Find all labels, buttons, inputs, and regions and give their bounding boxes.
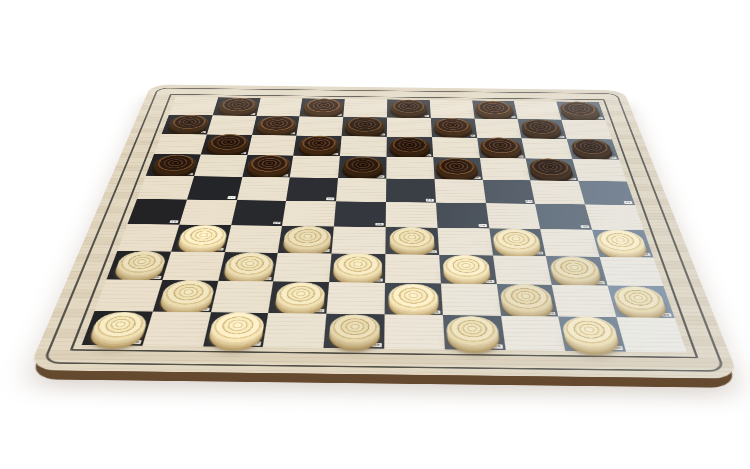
light-square	[282, 201, 336, 227]
light-square	[522, 138, 573, 159]
square-number-label: 10	[557, 136, 565, 138]
dark-piece[interactable]	[528, 158, 574, 178]
light-piece[interactable]	[549, 256, 602, 282]
light-piece[interactable]	[223, 252, 275, 277]
dark-piece[interactable]	[151, 154, 198, 173]
dark-square-35[interactable]: 35	[592, 230, 653, 258]
dark-square-15[interactable]: 15	[567, 139, 619, 160]
dark-square-6[interactable]: 6	[162, 115, 213, 135]
light-square	[237, 177, 290, 201]
dark-piece[interactable]	[256, 116, 297, 133]
light-square	[387, 117, 432, 137]
dark-square-43[interactable]: 43	[385, 283, 443, 315]
light-square	[336, 178, 386, 202]
dark-square-19[interactable]: 19	[433, 157, 482, 179]
square-number-label: 24	[525, 200, 533, 203]
light-square	[501, 316, 566, 351]
square-number-label: 41	[200, 307, 210, 310]
square-number-label: 21	[227, 196, 235, 199]
square-number-label: 22	[327, 198, 335, 201]
square-number-label: 23	[426, 199, 434, 202]
dark-square-10[interactable]: 10	[518, 119, 567, 139]
light-piece[interactable]	[561, 316, 620, 347]
dark-square-3[interactable]: 3	[387, 99, 431, 117]
light-square	[162, 251, 224, 281]
square-number-label: 8	[381, 133, 385, 135]
dark-square-48[interactable]: 48	[324, 314, 385, 349]
light-piece[interactable]	[390, 227, 435, 250]
light-piece[interactable]	[158, 280, 215, 308]
dark-square-16[interactable]: 16	[146, 154, 201, 176]
square-number-label: 15	[609, 156, 617, 158]
photo-stage: 1234567891011121314151617181920212223242…	[0, 0, 750, 469]
dark-square-45[interactable]: 45	[608, 286, 675, 318]
light-square	[340, 136, 387, 157]
dark-piece[interactable]	[246, 155, 291, 175]
square-number-label: 37	[263, 277, 272, 280]
dark-piece[interactable]	[303, 98, 343, 114]
light-square	[585, 204, 644, 230]
light-square	[225, 225, 283, 253]
light-square	[437, 228, 492, 256]
light-square	[514, 101, 561, 120]
light-square	[385, 254, 441, 284]
dark-piece[interactable]	[205, 134, 250, 152]
square-number-label: 44	[546, 311, 556, 315]
square-number-label: 19	[473, 176, 481, 178]
square-number-label: 6	[201, 131, 206, 133]
dark-piece[interactable]	[391, 100, 427, 115]
light-square	[154, 134, 207, 155]
dark-square-44[interactable]: 44	[496, 284, 558, 316]
dark-square-37[interactable]: 37	[218, 252, 278, 282]
dark-piece[interactable]	[520, 119, 562, 136]
dark-square-9[interactable]: 9	[431, 118, 477, 138]
dark-square-46[interactable]: 46	[82, 311, 153, 346]
dark-square-29[interactable]: 29	[436, 203, 489, 229]
square-number-label: 50	[613, 346, 623, 350]
dark-square-22[interactable]: 22	[286, 178, 338, 202]
dark-square-7[interactable]: 7	[252, 116, 300, 136]
dark-square-20[interactable]: 20	[526, 159, 579, 181]
dark-piece[interactable]	[345, 117, 385, 134]
dark-square-24[interactable]: 24	[482, 180, 535, 204]
light-square	[617, 317, 687, 352]
dark-piece[interactable]	[474, 101, 513, 117]
square-number-label: 3	[424, 115, 428, 117]
square-number-label: 18	[377, 175, 385, 177]
light-square	[327, 282, 385, 314]
light-square	[117, 224, 179, 251]
light-square	[386, 202, 438, 228]
light-piece[interactable]	[389, 283, 439, 311]
light-piece[interactable]	[114, 251, 168, 276]
light-square	[541, 229, 600, 257]
dark-square-41[interactable]: 41	[153, 280, 218, 312]
dark-square-36[interactable]: 36	[106, 251, 171, 281]
dark-piece[interactable]	[570, 139, 614, 157]
light-piece[interactable]	[446, 316, 500, 346]
square-number-label: 47	[252, 342, 262, 346]
square-number-label: 13	[424, 154, 431, 156]
light-square	[343, 99, 387, 117]
dark-square-5[interactable]: 5	[556, 102, 605, 121]
light-square	[256, 98, 302, 116]
light-square	[486, 203, 541, 229]
square-number-label: 28	[376, 223, 384, 226]
square-number-label: 31	[214, 248, 223, 251]
light-piece[interactable]	[208, 312, 266, 342]
light-piece[interactable]	[499, 284, 554, 312]
dark-square-21[interactable]: 21	[187, 176, 242, 200]
dark-square-28[interactable]: 28	[334, 201, 386, 227]
board-grid: 1234567891011121314151617181920212223242…	[82, 97, 687, 353]
square-number-label: 32	[321, 249, 330, 252]
square-number-label: 49	[493, 345, 503, 349]
light-square	[493, 255, 553, 285]
square-number-label: 2	[337, 114, 341, 116]
dark-square-1[interactable]: 1	[213, 97, 261, 115]
square-number-label: 36	[152, 276, 162, 279]
dark-square-12[interactable]: 12	[294, 135, 342, 156]
square-number-label: 30	[581, 225, 590, 228]
light-square	[384, 314, 445, 349]
dark-piece[interactable]	[342, 156, 383, 175]
dark-square-26[interactable]: 26	[128, 199, 187, 225]
square-number-label: 46	[131, 340, 142, 344]
light-square	[207, 115, 256, 135]
square-number-label: 35	[641, 253, 650, 256]
dark-square-13[interactable]: 13	[387, 137, 434, 158]
light-square	[194, 155, 247, 177]
light-square	[531, 180, 586, 204]
draughts-board: 1234567891011121314151617181920212223242…	[28, 85, 740, 379]
square-number-label: 43	[431, 310, 440, 313]
dark-square-11[interactable]: 11	[201, 134, 252, 155]
light-square	[95, 280, 163, 312]
light-square	[137, 176, 194, 200]
light-square	[434, 179, 485, 203]
square-number-label: 17	[281, 174, 289, 176]
square-number-label: 26	[169, 220, 178, 223]
light-square	[600, 257, 664, 287]
square-number-label: 7	[291, 132, 296, 134]
light-piece[interactable]	[329, 314, 380, 343]
dark-square-40[interactable]: 40	[546, 256, 608, 286]
dark-square-8[interactable]: 8	[342, 117, 387, 137]
light-square	[263, 313, 326, 348]
light-piece[interactable]	[594, 229, 648, 253]
light-square	[441, 284, 501, 316]
dark-piece[interactable]	[558, 101, 601, 117]
square-number-label: 33	[428, 250, 437, 253]
dark-square-32[interactable]: 32	[278, 226, 334, 254]
dark-square-38[interactable]: 38	[329, 253, 385, 283]
dark-piece[interactable]	[217, 98, 258, 114]
dark-square-50[interactable]: 50	[559, 317, 627, 352]
square-number-label: 27	[272, 222, 281, 225]
light-square	[142, 312, 210, 347]
perspective-scene: 1234567891011121314151617181920212223242…	[0, 0, 750, 469]
light-square	[552, 285, 617, 317]
light-square	[297, 116, 344, 136]
light-piece[interactable]	[443, 255, 491, 280]
dark-piece[interactable]	[436, 158, 478, 177]
light-square	[474, 118, 522, 138]
square-number-label: 5	[598, 117, 603, 119]
light-square	[169, 97, 218, 115]
board-surface: 1234567891011121314151617181920212223242…	[28, 85, 740, 379]
square-number-label: 42	[315, 309, 324, 312]
light-piece[interactable]	[333, 253, 382, 279]
light-piece[interactable]	[492, 229, 541, 253]
square-number-label: 20	[568, 177, 576, 179]
square-number-label: 38	[374, 278, 383, 281]
square-number-label: 25	[624, 201, 633, 204]
light-square	[290, 156, 340, 178]
dark-square-34[interactable]: 34	[489, 228, 546, 256]
dark-square-18[interactable]: 18	[338, 156, 386, 178]
dark-square-14[interactable]: 14	[477, 138, 526, 159]
light-piece[interactable]	[89, 311, 150, 341]
light-square	[386, 157, 434, 179]
square-number-label: 34	[535, 252, 544, 255]
dark-piece[interactable]	[298, 136, 338, 153]
dark-piece[interactable]	[434, 118, 473, 134]
square-number-label: 16	[185, 173, 193, 175]
dark-square-47[interactable]: 47	[203, 312, 269, 347]
dark-square-2[interactable]: 2	[300, 98, 345, 116]
square-number-label: 45	[662, 313, 672, 317]
square-number-label: 12	[331, 153, 338, 155]
light-piece[interactable]	[611, 286, 667, 313]
dark-square-49[interactable]: 49	[443, 315, 506, 350]
dark-piece[interactable]	[390, 137, 430, 155]
dark-piece[interactable]	[167, 115, 210, 131]
light-piece[interactable]	[177, 225, 228, 249]
light-square	[480, 158, 531, 180]
dark-square-31[interactable]: 31	[171, 225, 231, 252]
dark-square-25[interactable]: 25	[579, 181, 635, 205]
dark-square-42[interactable]: 42	[269, 282, 330, 314]
dark-square-33[interactable]: 33	[385, 227, 439, 255]
dark-square-23[interactable]: 23	[386, 179, 436, 203]
dark-square-30[interactable]: 30	[535, 204, 592, 230]
light-square	[247, 135, 297, 156]
light-square	[332, 226, 386, 254]
square-number-label: 9	[470, 135, 475, 137]
light-piece[interactable]	[282, 226, 331, 250]
square-number-label: 14	[516, 155, 524, 157]
light-square	[274, 253, 332, 283]
dark-square-17[interactable]: 17	[242, 155, 294, 177]
square-number-label: 4	[511, 116, 516, 118]
square-number-label: 11	[238, 152, 246, 154]
dark-square-27[interactable]: 27	[231, 200, 287, 226]
square-number-label: 48	[372, 343, 382, 347]
dark-piece[interactable]	[479, 137, 522, 155]
light-square	[211, 281, 274, 313]
light-square	[430, 100, 475, 119]
light-square	[573, 159, 627, 181]
light-square	[432, 137, 480, 158]
dark-square-39[interactable]: 39	[439, 255, 496, 285]
square-number-label: 29	[478, 224, 486, 227]
square-number-label: 39	[485, 280, 494, 283]
dark-square-4[interactable]: 4	[472, 100, 518, 119]
square-number-label: 1	[250, 113, 255, 115]
square-number-label: 40	[596, 281, 606, 284]
light-square	[561, 120, 611, 140]
light-square	[179, 200, 236, 226]
light-piece[interactable]	[275, 282, 326, 309]
